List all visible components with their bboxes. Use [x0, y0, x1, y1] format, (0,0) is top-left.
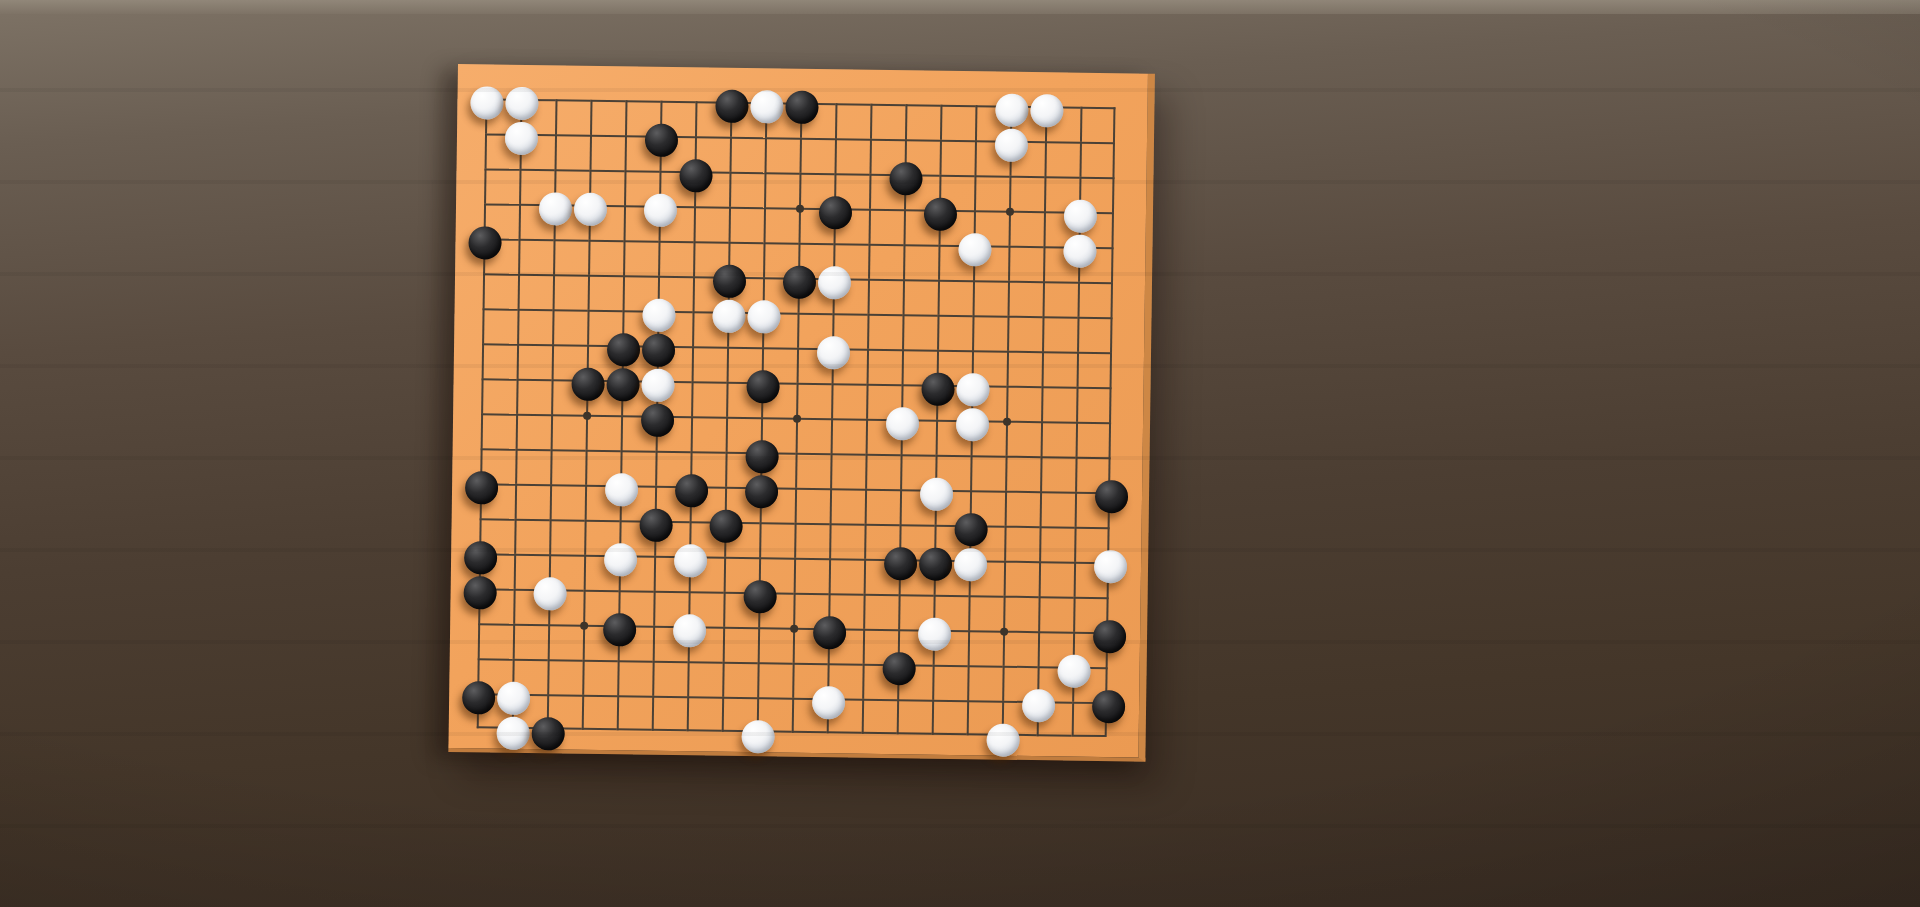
grid-cell	[547, 659, 582, 694]
grid-cell	[794, 523, 829, 558]
white-stone	[1063, 234, 1096, 267]
grid-cell	[1076, 422, 1111, 457]
grid-cell	[590, 135, 625, 170]
grid-cell	[483, 273, 518, 308]
black-stone	[712, 264, 745, 297]
white-stone	[505, 86, 538, 119]
grid-cell	[1042, 316, 1077, 351]
grid-cell	[765, 137, 800, 172]
stones-layer	[458, 64, 1148, 74]
grid-cell	[687, 696, 722, 731]
grid-cell	[555, 99, 590, 134]
white-stone	[504, 121, 537, 154]
black-stone	[743, 580, 776, 613]
grid-cell	[518, 274, 553, 309]
grid-cell	[867, 314, 902, 349]
grid-cell	[903, 279, 938, 314]
grid-cell	[1041, 386, 1076, 421]
grid-cell	[932, 665, 967, 700]
grid-cell	[1041, 421, 1076, 456]
grid-cell	[658, 241, 693, 276]
star-point	[796, 205, 804, 213]
white-stone	[712, 299, 745, 332]
grid-cell	[865, 489, 900, 524]
grid-cell	[553, 239, 588, 274]
grid-cell	[1004, 526, 1039, 561]
grid-cell	[691, 381, 726, 416]
white-stone	[573, 192, 606, 225]
grid-cell	[1076, 387, 1111, 422]
grid-cell	[897, 699, 932, 734]
grid-cell	[1006, 386, 1041, 421]
grid-cell	[551, 414, 586, 449]
grid-cell	[967, 665, 1002, 700]
grid-cell	[516, 379, 551, 414]
grid-cell	[513, 624, 548, 659]
white-stone	[811, 686, 844, 719]
white-stone	[1063, 199, 1096, 232]
black-stone	[744, 475, 777, 508]
grid-cell	[730, 137, 765, 172]
grid-cell	[1009, 211, 1044, 246]
grid-cell	[617, 695, 652, 730]
grid-cell	[868, 244, 903, 279]
white-stone	[603, 543, 636, 576]
grid-cell	[830, 488, 865, 523]
grid-cell	[1003, 596, 1038, 631]
white-stone	[643, 193, 676, 226]
grid-cell	[1077, 317, 1112, 352]
grid-cell	[478, 623, 513, 658]
grid-cell	[518, 239, 553, 274]
grid-cell	[868, 279, 903, 314]
grid-cell	[968, 630, 1003, 665]
grid-cell	[1008, 281, 1043, 316]
grid-cell	[940, 140, 975, 175]
white-stone	[1021, 688, 1054, 721]
grid-cell	[729, 172, 764, 207]
star-point	[790, 625, 798, 633]
grid-cell	[588, 240, 623, 275]
black-stone	[606, 333, 639, 366]
black-stone	[639, 508, 672, 541]
black-stone	[812, 616, 845, 649]
white-stone	[470, 86, 503, 119]
black-stone	[641, 333, 674, 366]
grid-cell	[588, 275, 623, 310]
grid-cell	[862, 699, 897, 734]
white-stone	[958, 233, 991, 266]
grid-cell	[1005, 491, 1040, 526]
black-stone	[1094, 479, 1127, 512]
black-stone	[921, 372, 954, 405]
room-background	[0, 0, 1920, 907]
grid-cell	[870, 104, 905, 139]
grid-cell	[932, 700, 967, 735]
grid-cell	[723, 627, 758, 662]
star-point	[580, 622, 588, 630]
grid-cell	[1009, 176, 1044, 211]
white-stone	[994, 128, 1027, 161]
grid-cell	[1008, 246, 1043, 281]
grid-cell	[729, 207, 764, 242]
white-stone	[496, 716, 529, 749]
white-stone	[1093, 549, 1126, 582]
grid-cell	[722, 662, 757, 697]
grid-cell	[550, 484, 585, 519]
grid-cell	[1043, 281, 1078, 316]
grid-cell	[829, 523, 864, 558]
white-stone	[1030, 93, 1063, 126]
black-stone	[923, 197, 956, 230]
grid-cell	[764, 207, 799, 242]
white-stone	[917, 617, 950, 650]
grid-cell	[590, 100, 625, 135]
white-stone	[747, 300, 780, 333]
grid-cell	[555, 134, 590, 169]
grid-cell	[1039, 561, 1074, 596]
grid-cell	[1078, 282, 1113, 317]
grid-cell	[794, 558, 829, 593]
black-stone	[1091, 689, 1124, 722]
grid-cell	[515, 484, 550, 519]
black-stone	[785, 90, 818, 123]
grid-cell	[582, 695, 617, 730]
grid-cell	[553, 274, 588, 309]
grid-cell	[795, 488, 830, 523]
white-stone	[673, 544, 706, 577]
grid-cell	[623, 240, 658, 275]
grid-cell	[1044, 141, 1079, 176]
grid-cell	[863, 594, 898, 629]
black-stone	[954, 512, 987, 545]
grid-cell	[1079, 142, 1114, 177]
grid-cell	[758, 627, 793, 662]
grid-cell	[796, 418, 831, 453]
grid-cell	[835, 138, 870, 173]
white-stone	[956, 372, 989, 405]
white-stone	[533, 577, 566, 610]
grid-cell	[1005, 456, 1040, 491]
grid-cell	[515, 449, 550, 484]
black-stone	[461, 681, 494, 714]
white-stone	[885, 407, 918, 440]
grid-cell	[974, 175, 1009, 210]
white-stone	[1057, 654, 1090, 687]
grid-cell	[1080, 107, 1115, 142]
grid-cell	[1007, 316, 1042, 351]
white-stone	[672, 614, 705, 647]
black-stone	[715, 89, 748, 122]
grid-cell	[481, 378, 516, 413]
white-stone	[953, 547, 986, 580]
grid-cell	[582, 660, 617, 695]
grid-cell	[514, 519, 549, 554]
white-stone	[750, 90, 783, 123]
white-stone	[995, 93, 1028, 126]
grid-cell	[481, 413, 516, 448]
grid-cell	[586, 415, 621, 450]
grid-cell	[1003, 631, 1038, 666]
grid-cell	[1038, 596, 1073, 631]
go-board[interactable]	[448, 64, 1155, 762]
black-stone	[1092, 619, 1125, 652]
black-stone	[463, 576, 496, 609]
grid-cell	[867, 349, 902, 384]
black-stone	[889, 162, 922, 195]
white-stone	[741, 720, 774, 753]
grid-cell	[1077, 352, 1112, 387]
grid-cell	[972, 315, 1007, 350]
grid-cell	[516, 414, 551, 449]
grid-cell	[617, 660, 652, 695]
white-stone	[641, 368, 674, 401]
white-stone	[496, 681, 529, 714]
black-stone	[468, 226, 501, 259]
grid-cell	[552, 309, 587, 344]
white-stone	[642, 298, 675, 331]
black-stone	[602, 613, 635, 646]
black-stone	[745, 440, 778, 473]
grid-cell	[905, 104, 940, 139]
star-point	[1006, 208, 1014, 216]
grid-cell	[940, 105, 975, 140]
black-stone	[782, 265, 815, 298]
grid-cell	[835, 103, 870, 138]
black-stone	[882, 651, 915, 684]
grid-cell	[482, 343, 517, 378]
grid-cell	[517, 344, 552, 379]
grid-cell	[829, 558, 864, 593]
black-stone	[883, 546, 916, 579]
grid-cell	[831, 383, 866, 418]
grid-cell	[968, 595, 1003, 630]
white-stone	[538, 192, 571, 225]
star-point	[1000, 628, 1008, 636]
grid-cell	[517, 309, 552, 344]
grid-cell	[869, 209, 904, 244]
black-stone	[918, 547, 951, 580]
star-point	[583, 412, 591, 420]
white-stone	[919, 477, 952, 510]
white-stone	[816, 336, 849, 369]
black-stone	[644, 123, 677, 156]
grid-cell	[830, 453, 865, 488]
grid-cell	[865, 454, 900, 489]
star-point	[1003, 418, 1011, 426]
grid-cell	[757, 662, 792, 697]
grid-cell	[484, 168, 519, 203]
white-stone	[955, 407, 988, 440]
grid-cell	[1040, 456, 1075, 491]
grid-cell	[1040, 491, 1075, 526]
grid-cell	[1042, 351, 1077, 386]
grid-cell	[902, 314, 937, 349]
grid-cell	[795, 453, 830, 488]
white-stone	[817, 266, 850, 299]
grid-cell	[800, 138, 835, 173]
grid-cell	[938, 280, 973, 315]
grid-cell	[1039, 526, 1074, 561]
grid-cell	[1007, 351, 1042, 386]
grid-cell	[548, 624, 583, 659]
grid-cell	[1004, 561, 1039, 596]
grid-cell	[1006, 421, 1041, 456]
star-point	[793, 415, 801, 423]
grid-cell	[796, 383, 831, 418]
black-stone	[818, 196, 851, 229]
black-stone	[640, 403, 673, 436]
grid-cell	[903, 244, 938, 279]
grid-cell	[973, 280, 1008, 315]
black-stone	[463, 541, 496, 574]
black-stone	[464, 471, 497, 504]
grid-cell	[652, 661, 687, 696]
grid-cell	[764, 172, 799, 207]
grid-cell	[687, 661, 722, 696]
grid-cell	[692, 346, 727, 381]
grid-cell	[482, 308, 517, 343]
black-stone	[674, 474, 707, 507]
grid-cell	[694, 206, 729, 241]
grid-cell	[550, 449, 585, 484]
black-stone	[606, 368, 639, 401]
grid-cell	[759, 522, 794, 557]
black-stone	[746, 370, 779, 403]
white-stone	[604, 473, 637, 506]
grid-cell	[937, 315, 972, 350]
grid-cell	[970, 455, 1005, 490]
grid-cell	[831, 418, 866, 453]
black-stone	[531, 717, 564, 750]
white-stone	[986, 723, 1019, 756]
black-stone	[571, 367, 604, 400]
grid-cell	[652, 696, 687, 731]
black-stone	[709, 509, 742, 542]
grid-cell	[691, 416, 726, 451]
black-stone	[679, 159, 712, 192]
star-points-layer	[458, 64, 1148, 74]
grid-cell	[549, 519, 584, 554]
